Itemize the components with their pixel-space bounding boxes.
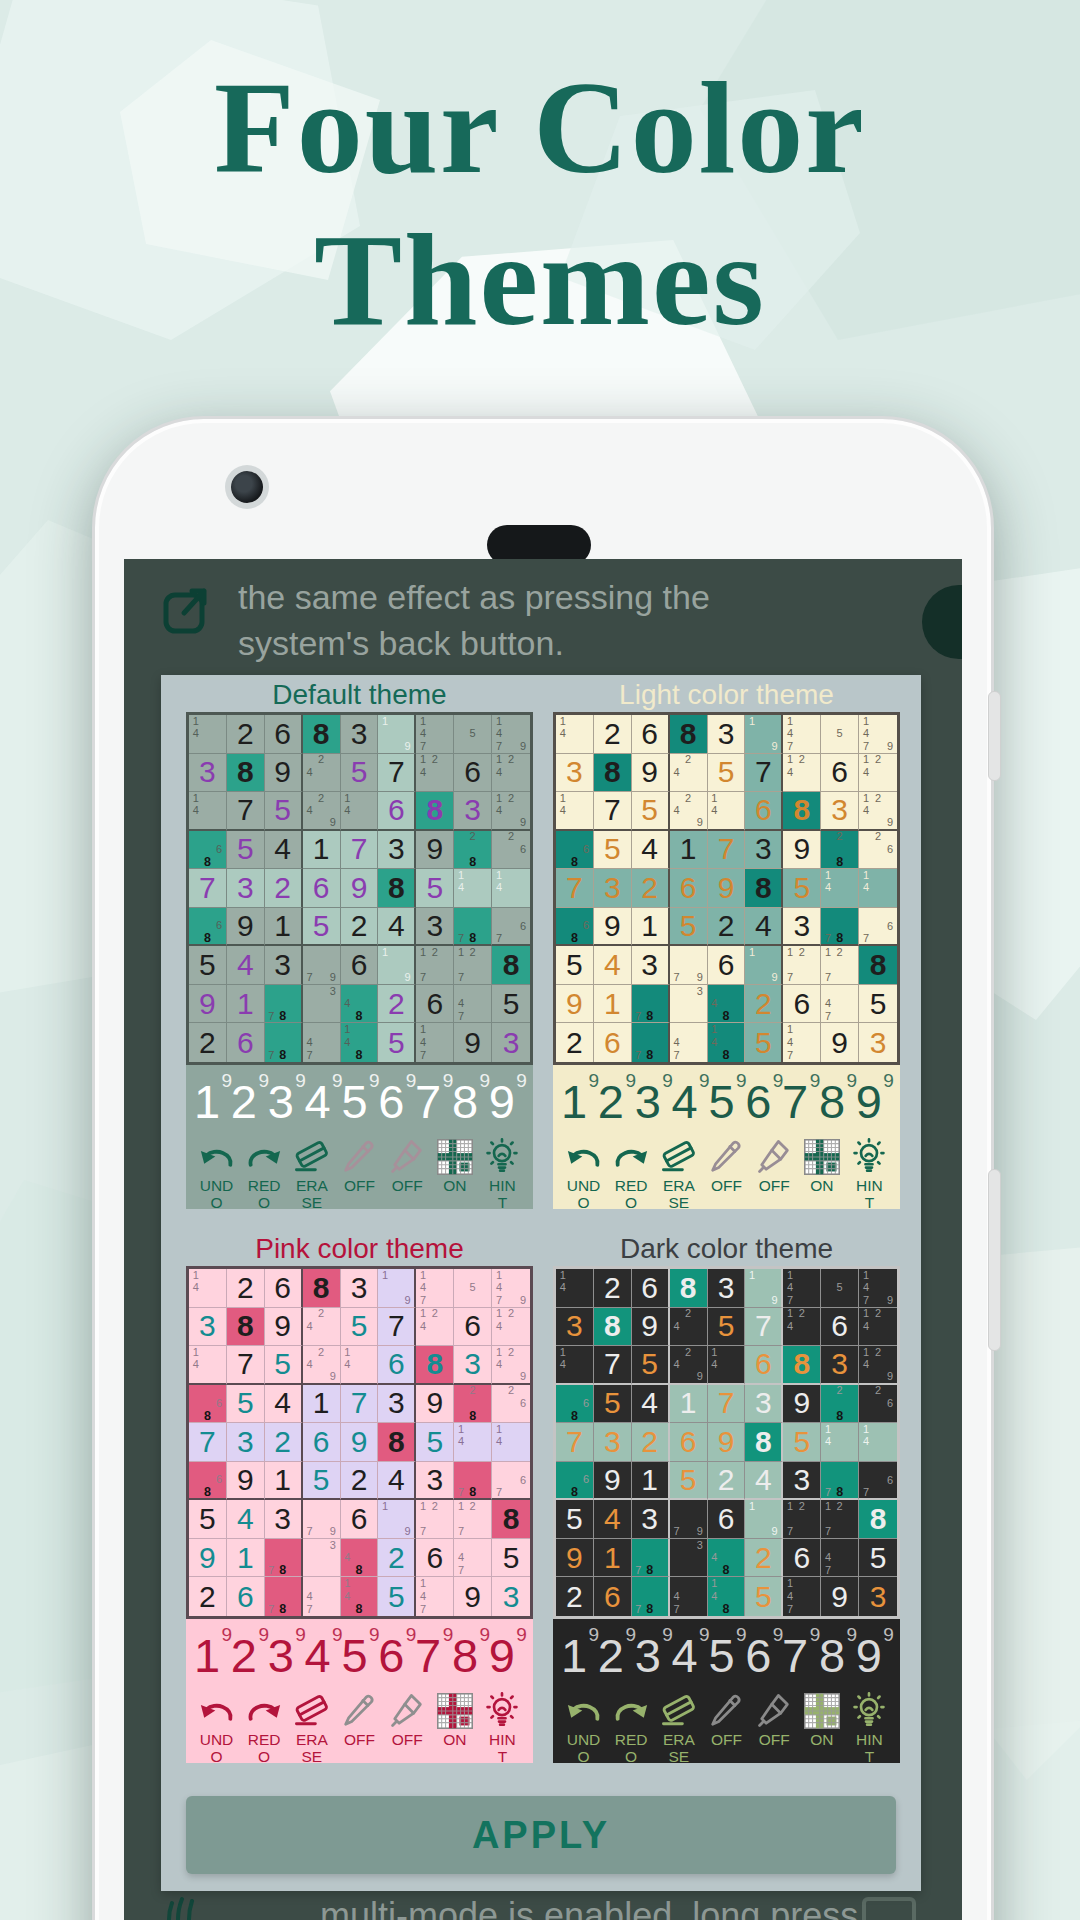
- cell-r9c5[interactable]: 148: [708, 1577, 746, 1616]
- cell-r5c7[interactable]: 5: [416, 1423, 454, 1462]
- pencil-button[interactable]: OFF: [703, 1691, 750, 1759]
- cell-r5c8[interactable]: 14: [454, 1423, 492, 1462]
- cell-r8c6[interactable]: 2: [378, 985, 416, 1024]
- cell-r4c9[interactable]: 26: [492, 831, 530, 870]
- cell-r9c3[interactable]: 78: [632, 1577, 670, 1616]
- cell-r2c1[interactable]: 3: [189, 754, 227, 793]
- undo-button[interactable]: UND O: [560, 1137, 607, 1205]
- cell-r5c3[interactable]: 2: [265, 1423, 303, 1462]
- number-button-3[interactable]: 39: [635, 1625, 661, 1687]
- cell-r9c9[interactable]: 3: [859, 1023, 897, 1062]
- cell-r5c2[interactable]: 3: [227, 869, 265, 908]
- cell-r6c2[interactable]: 9: [594, 1462, 632, 1501]
- cell-r3c4[interactable]: 249: [303, 1346, 341, 1385]
- cell-r8c1[interactable]: 9: [556, 985, 594, 1024]
- cell-r8c5[interactable]: 48: [341, 985, 379, 1024]
- cell-r2c4[interactable]: 24: [670, 754, 708, 793]
- cell-r4c4[interactable]: 1: [670, 1385, 708, 1424]
- cell-r4c2[interactable]: 5: [227, 1385, 265, 1424]
- cell-r6c3[interactable]: 1: [632, 1462, 670, 1501]
- cell-r1c3[interactable]: 6: [632, 1269, 670, 1308]
- cell-r1c3[interactable]: 6: [265, 1269, 303, 1308]
- cell-r2c6[interactable]: 7: [378, 754, 416, 793]
- cell-r7c5[interactable]: 6: [708, 946, 746, 985]
- cell-r9c8[interactable]: 9: [454, 1023, 492, 1062]
- cell-r9c3[interactable]: 78: [265, 1577, 303, 1616]
- cell-r8c2[interactable]: 1: [227, 1539, 265, 1578]
- cell-r8c8[interactable]: 47: [821, 1539, 859, 1578]
- hint-button[interactable]: HIN T: [846, 1691, 893, 1759]
- cell-r7c7[interactable]: 127: [783, 946, 821, 985]
- cell-r6c4[interactable]: 5: [303, 908, 341, 947]
- cell-r5c3[interactable]: 2: [632, 869, 670, 908]
- cell-r2c1[interactable]: 3: [189, 1308, 227, 1347]
- cell-r7c3[interactable]: 3: [632, 946, 670, 985]
- cell-r8c2[interactable]: 1: [227, 985, 265, 1024]
- cell-r7c3[interactable]: 3: [265, 946, 303, 985]
- cell-r9c2[interactable]: 6: [227, 1577, 265, 1616]
- cell-r2c7[interactable]: 124: [783, 1308, 821, 1347]
- cell-r4c1[interactable]: 68: [556, 831, 594, 870]
- cell-r4c9[interactable]: 26: [859, 831, 897, 870]
- cell-r1c1[interactable]: 14: [189, 1269, 227, 1308]
- cell-r7c2[interactable]: 4: [594, 1500, 632, 1539]
- redo-button[interactable]: RED O: [241, 1137, 288, 1205]
- cell-r6c9[interactable]: 67: [492, 1462, 530, 1501]
- cell-r4c6[interactable]: 3: [745, 831, 783, 870]
- erase-button[interactable]: ERA SE: [655, 1691, 702, 1759]
- cell-r3c6[interactable]: 6: [745, 1346, 783, 1385]
- cell-r9c4[interactable]: 47: [670, 1577, 708, 1616]
- cell-r4c6[interactable]: 3: [378, 831, 416, 870]
- cell-r2c8[interactable]: 6: [454, 754, 492, 793]
- cell-r7c8[interactable]: 127: [821, 1500, 859, 1539]
- cell-r8c9[interactable]: 5: [492, 1539, 530, 1578]
- cell-r7c6[interactable]: 19: [378, 1500, 416, 1539]
- cell-r8c1[interactable]: 9: [189, 985, 227, 1024]
- cell-r9c3[interactable]: 78: [265, 1023, 303, 1062]
- marker-button[interactable]: OFF: [751, 1137, 798, 1205]
- cell-r3c4[interactable]: 249: [303, 792, 341, 831]
- cell-r4c5[interactable]: 7: [708, 1385, 746, 1424]
- cell-r9c9[interactable]: 3: [492, 1023, 530, 1062]
- cell-r8c3[interactable]: 78: [632, 1539, 670, 1578]
- cell-r2c9[interactable]: 124: [492, 1308, 530, 1347]
- cell-r1c1[interactable]: 14: [189, 715, 227, 754]
- theme-panel-default[interactable]: 1426831914751479389245712461241475249146…: [186, 712, 533, 1209]
- cell-r1c2[interactable]: 2: [227, 1269, 265, 1308]
- cell-r8c6[interactable]: 2: [745, 1539, 783, 1578]
- cell-r3c4[interactable]: 249: [670, 1346, 708, 1385]
- number-button-2[interactable]: 29: [598, 1625, 624, 1687]
- grid-button[interactable]: ON: [798, 1137, 845, 1205]
- cell-r4c8[interactable]: 28: [821, 831, 859, 870]
- cell-r2c2[interactable]: 8: [227, 1308, 265, 1347]
- cell-r5c7[interactable]: 5: [416, 869, 454, 908]
- number-button-8[interactable]: 89: [819, 1625, 845, 1687]
- cell-r2c5[interactable]: 5: [708, 754, 746, 793]
- cell-r7c9[interactable]: 8: [492, 1500, 530, 1539]
- cell-r5c2[interactable]: 3: [594, 1423, 632, 1462]
- cell-r4c7[interactable]: 9: [783, 1385, 821, 1424]
- cell-r7c8[interactable]: 127: [821, 946, 859, 985]
- cell-r2c7[interactable]: 124: [416, 754, 454, 793]
- number-button-7[interactable]: 79: [415, 1625, 441, 1687]
- cell-r2c9[interactable]: 124: [492, 754, 530, 793]
- cell-r6c1[interactable]: 68: [556, 908, 594, 947]
- cell-r9c9[interactable]: 3: [492, 1577, 530, 1616]
- number-button-3[interactable]: 39: [635, 1071, 661, 1133]
- cell-r4c8[interactable]: 28: [454, 831, 492, 870]
- cell-r6c7[interactable]: 3: [416, 1462, 454, 1501]
- cell-r8c3[interactable]: 78: [265, 985, 303, 1024]
- cell-r3c1[interactable]: 14: [189, 792, 227, 831]
- cell-r4c4[interactable]: 1: [303, 831, 341, 870]
- cell-r3c9[interactable]: 1249: [492, 1346, 530, 1385]
- cell-r7c4[interactable]: 79: [303, 1500, 341, 1539]
- cell-r7c9[interactable]: 8: [492, 946, 530, 985]
- cell-r5c6[interactable]: 8: [745, 869, 783, 908]
- cell-r9c5[interactable]: 148: [341, 1023, 379, 1062]
- cell-r8c5[interactable]: 48: [341, 1539, 379, 1578]
- cell-r5c5[interactable]: 9: [708, 869, 746, 908]
- cell-r7c1[interactable]: 5: [189, 1500, 227, 1539]
- cell-r7c9[interactable]: 8: [859, 946, 897, 985]
- cell-r9c7[interactable]: 147: [416, 1023, 454, 1062]
- cell-r1c8[interactable]: 5: [454, 1269, 492, 1308]
- cell-r9c5[interactable]: 148: [708, 1023, 746, 1062]
- cell-r1c2[interactable]: 2: [594, 1269, 632, 1308]
- cell-r9c1[interactable]: 2: [556, 1023, 594, 1062]
- cell-r3c5[interactable]: 14: [341, 1346, 379, 1385]
- number-button-9[interactable]: 99: [489, 1071, 515, 1133]
- cell-r9c8[interactable]: 9: [454, 1577, 492, 1616]
- cell-r1c3[interactable]: 6: [265, 715, 303, 754]
- checkbox-outline-icon[interactable]: [862, 1897, 916, 1920]
- cell-r1c9[interactable]: 1479: [859, 1269, 897, 1308]
- number-button-5[interactable]: 59: [708, 1625, 734, 1687]
- cell-r3c6[interactable]: 6: [745, 792, 783, 831]
- cell-r1c5[interactable]: 3: [341, 1269, 379, 1308]
- cell-r5c4[interactable]: 6: [670, 869, 708, 908]
- grid-button[interactable]: ON: [798, 1691, 845, 1759]
- cell-r5c9[interactable]: 14: [492, 1423, 530, 1462]
- cell-r6c7[interactable]: 3: [783, 1462, 821, 1501]
- number-button-1[interactable]: 19: [561, 1071, 587, 1133]
- cell-r1c6[interactable]: 19: [745, 715, 783, 754]
- cell-r4c9[interactable]: 26: [492, 1385, 530, 1424]
- cell-r2c9[interactable]: 124: [859, 754, 897, 793]
- cell-r8c4[interactable]: 3: [303, 1539, 341, 1578]
- cell-r6c2[interactable]: 9: [227, 1462, 265, 1501]
- erase-button[interactable]: ERA SE: [288, 1137, 335, 1205]
- cell-r3c3[interactable]: 5: [265, 792, 303, 831]
- undo-button[interactable]: UND O: [193, 1137, 240, 1205]
- cell-r8c9[interactable]: 5: [859, 985, 897, 1024]
- cell-r2c5[interactable]: 5: [341, 1308, 379, 1347]
- redo-button[interactable]: RED O: [608, 1691, 655, 1759]
- cell-r2c6[interactable]: 7: [378, 1308, 416, 1347]
- cell-r4c1[interactable]: 68: [556, 1385, 594, 1424]
- cell-r7c5[interactable]: 6: [341, 946, 379, 985]
- cell-r5c9[interactable]: 14: [492, 869, 530, 908]
- number-button-1[interactable]: 19: [194, 1071, 220, 1133]
- cell-r6c1[interactable]: 68: [189, 908, 227, 947]
- cell-r7c8[interactable]: 127: [454, 1500, 492, 1539]
- cell-r7c4[interactable]: 79: [670, 1500, 708, 1539]
- cell-r5c7[interactable]: 5: [783, 869, 821, 908]
- cell-r7c7[interactable]: 127: [416, 946, 454, 985]
- cell-r8c4[interactable]: 3: [303, 985, 341, 1024]
- cell-r1c3[interactable]: 6: [632, 715, 670, 754]
- cell-r2c4[interactable]: 24: [670, 1308, 708, 1347]
- cell-r4c8[interactable]: 28: [454, 1385, 492, 1424]
- cell-r8c7[interactable]: 6: [783, 985, 821, 1024]
- number-button-8[interactable]: 89: [452, 1625, 478, 1687]
- cell-r1c7[interactable]: 147: [416, 1269, 454, 1308]
- cell-r1c7[interactable]: 147: [416, 715, 454, 754]
- pencil-button[interactable]: OFF: [703, 1137, 750, 1205]
- cell-r9c2[interactable]: 6: [594, 1023, 632, 1062]
- cell-r9c4[interactable]: 47: [303, 1023, 341, 1062]
- cell-r4c9[interactable]: 26: [859, 1385, 897, 1424]
- cell-r1c4[interactable]: 8: [303, 1269, 341, 1308]
- cell-r2c1[interactable]: 3: [556, 1308, 594, 1347]
- cell-r9c6[interactable]: 5: [378, 1023, 416, 1062]
- cell-r5c9[interactable]: 14: [859, 869, 897, 908]
- cell-r7c2[interactable]: 4: [594, 946, 632, 985]
- cell-r1c1[interactable]: 14: [556, 1269, 594, 1308]
- cell-r3c1[interactable]: 14: [556, 792, 594, 831]
- cell-r9c5[interactable]: 148: [341, 1577, 379, 1616]
- cell-r5c7[interactable]: 5: [783, 1423, 821, 1462]
- number-button-2[interactable]: 29: [231, 1071, 257, 1133]
- cell-r3c8[interactable]: 3: [454, 1346, 492, 1385]
- cell-r8c8[interactable]: 47: [454, 1539, 492, 1578]
- cell-r3c3[interactable]: 5: [632, 792, 670, 831]
- cell-r6c4[interactable]: 5: [303, 1462, 341, 1501]
- cell-r3c5[interactable]: 14: [341, 792, 379, 831]
- cell-r7c9[interactable]: 8: [859, 1500, 897, 1539]
- number-button-1[interactable]: 19: [561, 1625, 587, 1687]
- cell-r8c7[interactable]: 6: [416, 1539, 454, 1578]
- cell-r8c5[interactable]: 48: [708, 985, 746, 1024]
- cell-r4c5[interactable]: 7: [341, 1385, 379, 1424]
- cell-r6c8[interactable]: 78: [454, 908, 492, 947]
- cell-r5c1[interactable]: 7: [189, 869, 227, 908]
- cell-r4c8[interactable]: 28: [821, 1385, 859, 1424]
- cell-r1c2[interactable]: 2: [594, 715, 632, 754]
- cell-r6c1[interactable]: 68: [189, 1462, 227, 1501]
- cell-r6c4[interactable]: 5: [670, 1462, 708, 1501]
- cell-r4c2[interactable]: 5: [594, 1385, 632, 1424]
- number-button-5[interactable]: 59: [341, 1071, 367, 1133]
- cell-r5c3[interactable]: 2: [265, 869, 303, 908]
- cell-r6c8[interactable]: 78: [821, 1462, 859, 1501]
- cell-r5c2[interactable]: 3: [594, 869, 632, 908]
- cell-r8c7[interactable]: 6: [416, 985, 454, 1024]
- cell-r1c4[interactable]: 8: [303, 715, 341, 754]
- number-button-8[interactable]: 89: [819, 1071, 845, 1133]
- cell-r1c7[interactable]: 147: [783, 1269, 821, 1308]
- cell-r5c8[interactable]: 14: [454, 869, 492, 908]
- cell-r4c2[interactable]: 5: [594, 831, 632, 870]
- number-button-8[interactable]: 89: [452, 1071, 478, 1133]
- cell-r3c7[interactable]: 8: [416, 792, 454, 831]
- cell-r2c5[interactable]: 5: [708, 1308, 746, 1347]
- cell-r7c4[interactable]: 79: [670, 946, 708, 985]
- cell-r3c6[interactable]: 6: [378, 1346, 416, 1385]
- cell-r1c4[interactable]: 8: [670, 715, 708, 754]
- cell-r5c5[interactable]: 9: [341, 1423, 379, 1462]
- cell-r8c9[interactable]: 5: [492, 985, 530, 1024]
- cell-r3c7[interactable]: 8: [783, 1346, 821, 1385]
- cell-r7c3[interactable]: 3: [632, 1500, 670, 1539]
- cell-r4c7[interactable]: 9: [416, 831, 454, 870]
- cell-r1c9[interactable]: 1479: [492, 715, 530, 754]
- erase-button[interactable]: ERA SE: [288, 1691, 335, 1759]
- cell-r1c8[interactable]: 5: [454, 715, 492, 754]
- cell-r9c1[interactable]: 2: [189, 1577, 227, 1616]
- undo-button[interactable]: UND O: [560, 1691, 607, 1759]
- cell-r4c4[interactable]: 1: [670, 831, 708, 870]
- cell-r9c7[interactable]: 147: [783, 1023, 821, 1062]
- hint-button[interactable]: HIN T: [479, 1691, 526, 1759]
- back-export-icon[interactable]: [160, 583, 214, 637]
- cell-r2c1[interactable]: 3: [556, 754, 594, 793]
- cell-r1c8[interactable]: 5: [821, 715, 859, 754]
- cell-r2c2[interactable]: 8: [594, 1308, 632, 1347]
- cell-r6c7[interactable]: 3: [783, 908, 821, 947]
- theme-panel-light[interactable]: 1426831914751479389245712461241475249146…: [553, 712, 900, 1209]
- cell-r6c3[interactable]: 1: [632, 908, 670, 947]
- cell-r2c7[interactable]: 124: [416, 1308, 454, 1347]
- cell-r7c5[interactable]: 6: [708, 1500, 746, 1539]
- pencil-button[interactable]: OFF: [336, 1691, 383, 1759]
- cell-r9c6[interactable]: 5: [378, 1577, 416, 1616]
- cell-r1c4[interactable]: 8: [670, 1269, 708, 1308]
- number-button-3[interactable]: 39: [268, 1625, 294, 1687]
- number-button-7[interactable]: 79: [782, 1625, 808, 1687]
- cell-r2c2[interactable]: 8: [227, 754, 265, 793]
- cell-r4c5[interactable]: 7: [341, 831, 379, 870]
- cell-r8c1[interactable]: 9: [556, 1539, 594, 1578]
- cell-r3c6[interactable]: 6: [378, 792, 416, 831]
- number-button-4[interactable]: 49: [672, 1625, 698, 1687]
- cell-r2c6[interactable]: 7: [745, 754, 783, 793]
- cell-r9c2[interactable]: 6: [594, 1577, 632, 1616]
- cell-r2c8[interactable]: 6: [821, 754, 859, 793]
- cell-r2c7[interactable]: 124: [783, 754, 821, 793]
- cell-r5c6[interactable]: 8: [378, 1423, 416, 1462]
- cell-r4c1[interactable]: 68: [189, 1385, 227, 1424]
- marker-button[interactable]: OFF: [384, 1691, 431, 1759]
- cell-r5c4[interactable]: 6: [670, 1423, 708, 1462]
- cell-r6c6[interactable]: 4: [745, 908, 783, 947]
- cell-r3c7[interactable]: 8: [783, 792, 821, 831]
- cell-r6c1[interactable]: 68: [556, 1462, 594, 1501]
- cell-r8c5[interactable]: 48: [708, 1539, 746, 1578]
- cell-r6c8[interactable]: 78: [454, 1462, 492, 1501]
- cell-r4c6[interactable]: 3: [378, 1385, 416, 1424]
- cell-r3c9[interactable]: 1249: [859, 792, 897, 831]
- cell-r5c5[interactable]: 9: [708, 1423, 746, 1462]
- pencil-button[interactable]: OFF: [336, 1137, 383, 1205]
- cell-r5c6[interactable]: 8: [745, 1423, 783, 1462]
- cell-r6c5[interactable]: 2: [708, 1462, 746, 1501]
- cell-r3c2[interactable]: 7: [227, 1346, 265, 1385]
- cell-r8c4[interactable]: 3: [670, 1539, 708, 1578]
- cell-r6c6[interactable]: 4: [745, 1462, 783, 1501]
- cell-r2c8[interactable]: 6: [454, 1308, 492, 1347]
- cell-r9c2[interactable]: 6: [227, 1023, 265, 1062]
- cell-r8c7[interactable]: 6: [783, 1539, 821, 1578]
- cell-r6c4[interactable]: 5: [670, 908, 708, 947]
- cell-r5c3[interactable]: 2: [632, 1423, 670, 1462]
- number-button-4[interactable]: 49: [672, 1071, 698, 1133]
- cell-r5c4[interactable]: 6: [303, 1423, 341, 1462]
- cell-r8c8[interactable]: 47: [454, 985, 492, 1024]
- cell-r9c8[interactable]: 9: [821, 1023, 859, 1062]
- cell-r8c1[interactable]: 9: [189, 1539, 227, 1578]
- cell-r3c2[interactable]: 7: [227, 792, 265, 831]
- cell-r5c4[interactable]: 6: [303, 869, 341, 908]
- cell-r8c4[interactable]: 3: [670, 985, 708, 1024]
- cell-r2c3[interactable]: 9: [632, 754, 670, 793]
- cell-r2c3[interactable]: 9: [265, 1308, 303, 1347]
- cell-r8c9[interactable]: 5: [859, 1539, 897, 1578]
- cell-r5c6[interactable]: 8: [378, 869, 416, 908]
- cell-r6c5[interactable]: 2: [341, 908, 379, 947]
- number-button-6[interactable]: 69: [745, 1071, 771, 1133]
- cell-r3c8[interactable]: 3: [821, 792, 859, 831]
- cell-r2c4[interactable]: 24: [303, 1308, 341, 1347]
- marker-button[interactable]: OFF: [384, 1137, 431, 1205]
- cell-r3c9[interactable]: 1249: [859, 1346, 897, 1385]
- cell-r7c6[interactable]: 19: [378, 946, 416, 985]
- cell-r9c7[interactable]: 147: [416, 1577, 454, 1616]
- number-button-2[interactable]: 29: [231, 1625, 257, 1687]
- cell-r5c8[interactable]: 14: [821, 1423, 859, 1462]
- cell-r7c1[interactable]: 5: [556, 946, 594, 985]
- cell-r8c3[interactable]: 78: [265, 1539, 303, 1578]
- cell-r6c5[interactable]: 2: [341, 1462, 379, 1501]
- cell-r9c3[interactable]: 78: [632, 1023, 670, 1062]
- cell-r2c9[interactable]: 124: [859, 1308, 897, 1347]
- cell-r9c4[interactable]: 47: [670, 1023, 708, 1062]
- cell-r3c1[interactable]: 14: [556, 1346, 594, 1385]
- cell-r7c1[interactable]: 5: [189, 946, 227, 985]
- cell-r7c3[interactable]: 3: [265, 1500, 303, 1539]
- theme-panel-dark[interactable]: 1426831914751479389245712461241475249146…: [553, 1266, 900, 1763]
- redo-button[interactable]: RED O: [241, 1691, 288, 1759]
- redo-button[interactable]: RED O: [608, 1137, 655, 1205]
- cell-r8c8[interactable]: 47: [821, 985, 859, 1024]
- cell-r7c1[interactable]: 5: [556, 1500, 594, 1539]
- cell-r4c7[interactable]: 9: [783, 831, 821, 870]
- cell-r1c8[interactable]: 5: [821, 1269, 859, 1308]
- hint-button[interactable]: HIN T: [479, 1137, 526, 1205]
- cell-r7c6[interactable]: 19: [745, 946, 783, 985]
- cell-r1c2[interactable]: 2: [227, 715, 265, 754]
- cell-r1c5[interactable]: 3: [708, 1269, 746, 1308]
- cell-r1c6[interactable]: 19: [378, 715, 416, 754]
- cell-r1c7[interactable]: 147: [783, 715, 821, 754]
- cell-r2c8[interactable]: 6: [821, 1308, 859, 1347]
- cell-r8c3[interactable]: 78: [632, 985, 670, 1024]
- cell-r5c1[interactable]: 7: [556, 1423, 594, 1462]
- cell-r6c3[interactable]: 1: [265, 1462, 303, 1501]
